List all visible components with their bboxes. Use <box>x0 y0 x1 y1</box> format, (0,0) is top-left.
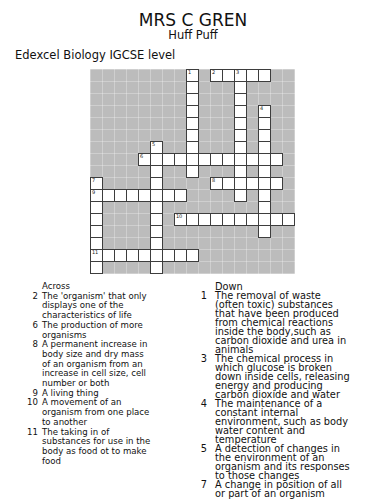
clue-item: 8A permanent increase in body size and d… <box>26 340 186 389</box>
down-clue-list: 1The removal of waste (often toxic) subs… <box>195 291 381 498</box>
clue-text: A permanent increase in body size and dr… <box>42 340 147 389</box>
clue-text: The maintenance of a constant internal e… <box>215 399 348 444</box>
grid-cell[interactable] <box>270 177 283 190</box>
grid-cell[interactable] <box>150 261 163 274</box>
clue-item: 3The chemical process in which glucose i… <box>195 354 381 399</box>
grid-cell[interactable] <box>186 249 199 262</box>
crossword-grid: 1234567891011 <box>90 69 295 274</box>
cell-number: 1 <box>188 70 191 75</box>
clue-item: 6The production of more organisms <box>26 321 186 340</box>
down-clues-section: Down 1The removal of waste (often toxic)… <box>195 282 381 498</box>
clue-text: The chemical process in which glucose is… <box>215 354 350 399</box>
clue-number: 10 <box>26 398 38 408</box>
cell-number: 2 <box>212 70 215 75</box>
clue-number: 3 <box>195 354 207 363</box>
level-label: Edexcel Biology IGCSE level <box>15 49 175 62</box>
clue-text: The production of more organisms <box>42 321 143 340</box>
clue-number: 11 <box>26 428 38 438</box>
clue-text: The taking in of substances for use in t… <box>42 428 150 467</box>
across-clues-section: Across 2The 'organism' that only display… <box>26 282 186 466</box>
cell-number: 11 <box>92 250 98 255</box>
clue-item: 1The removal of waste (often toxic) subs… <box>195 291 381 354</box>
clue-number: 1 <box>195 291 207 300</box>
clue-item: 10A movement of an organism from one pla… <box>26 398 186 427</box>
clue-number: 4 <box>195 399 207 408</box>
grid-cell[interactable] <box>186 165 199 178</box>
cell-number: 7 <box>92 178 95 183</box>
clue-text: The removal of waste (often toxic) subst… <box>215 291 346 354</box>
clue-item: 4The maintenance of a constant internal … <box>195 399 381 444</box>
page-title: MRS C GREN <box>0 11 386 29</box>
cell-number: 4 <box>260 106 263 111</box>
grid-cell[interactable] <box>282 213 295 226</box>
clue-item: 5A detection of changes in the environme… <box>195 444 381 480</box>
clue-number: 6 <box>26 321 38 331</box>
grid-cell[interactable] <box>234 189 247 202</box>
clue-text: A detection of changes in the environmen… <box>215 444 350 480</box>
cell-number: 10 <box>176 214 182 219</box>
cell-number: 3 <box>236 70 239 75</box>
clue-item: 11The taking in of substances for use in… <box>26 428 186 467</box>
cell-number: 9 <box>92 190 95 195</box>
clue-number: 7 <box>195 480 207 489</box>
cell-number: 8 <box>212 178 215 183</box>
clue-number: 8 <box>26 340 38 350</box>
grid-cell[interactable] <box>258 225 271 238</box>
clue-item: 2The 'organism' that only displays one o… <box>26 292 186 321</box>
clue-text: A movement of an organism from one place… <box>42 398 149 427</box>
page-subtitle: Huff Puff <box>0 29 386 41</box>
clue-number: 2 <box>26 292 38 302</box>
grid-cell[interactable] <box>270 153 283 166</box>
clue-text: A change in position of all or part of a… <box>215 480 342 498</box>
clue-item: 7A change in position of all or part of … <box>195 480 381 498</box>
cell-number: 5 <box>152 142 155 147</box>
grid-cell[interactable] <box>258 69 271 82</box>
across-clue-list: 2The 'organism' that only displays one o… <box>26 292 186 467</box>
clue-text: The 'organism' that only displays one of… <box>42 292 147 321</box>
grid-cell[interactable] <box>174 189 187 202</box>
clue-number: 5 <box>195 444 207 453</box>
grid-cell[interactable] <box>90 261 103 274</box>
cell-number: 6 <box>140 154 143 159</box>
